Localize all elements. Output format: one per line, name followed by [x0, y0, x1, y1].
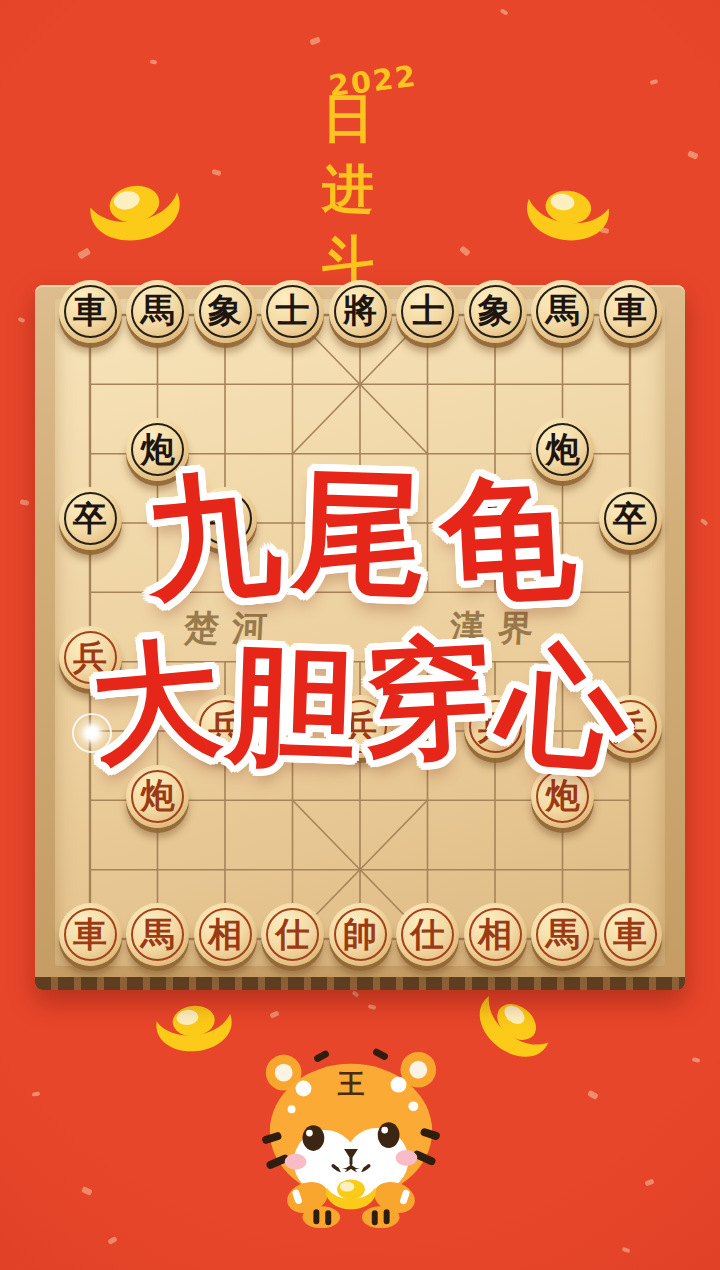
overlay-character: 九	[138, 463, 285, 610]
gold-ingot-icon	[149, 990, 239, 1057]
piece-red-horse[interactable]: 馬	[126, 903, 189, 966]
overlay-character: 龟	[438, 470, 579, 611]
confetti-speck	[459, 245, 470, 256]
motto-character: 日	[322, 90, 374, 146]
confetti-speck	[269, 1010, 279, 1018]
confetti-speck	[650, 79, 659, 85]
overlay-title-line1: 九尾龟	[145, 470, 575, 604]
confetti-speck	[309, 36, 320, 45]
piece-black-advisor[interactable]: 士	[261, 280, 324, 343]
vertical-motto: 日进斗	[322, 90, 374, 288]
piece-black-soldier[interactable]: 卒	[59, 487, 122, 550]
tiger-mascot: 王	[252, 1046, 450, 1231]
overlay-character: 心	[495, 638, 632, 779]
overlay-character: 尾	[291, 464, 430, 603]
piece-black-chariot[interactable]: 車	[59, 280, 122, 343]
piece-red-horse[interactable]: 馬	[531, 903, 594, 966]
piece-red-chariot[interactable]: 車	[599, 903, 662, 966]
piece-black-elephant[interactable]: 象	[194, 280, 257, 343]
piece-red-elephant[interactable]: 相	[194, 903, 257, 966]
confetti-speck	[107, 1236, 117, 1245]
gold-ingot-icon	[80, 164, 191, 250]
piece-black-elephant[interactable]: 象	[464, 280, 527, 343]
piece-red-general[interactable]: 帥	[329, 903, 392, 966]
overlay-character: 胆	[226, 638, 359, 774]
piece-black-horse[interactable]: 馬	[126, 280, 189, 343]
confetti-speck	[77, 247, 91, 259]
overlay-title-line2: 大胆穿心	[92, 636, 628, 768]
confetti-speck	[352, 990, 360, 997]
confetti-speck	[20, 499, 30, 505]
piece-red-advisor[interactable]: 仕	[261, 903, 324, 966]
board-bottom-edge	[35, 977, 685, 990]
confetti-speck	[644, 1179, 654, 1187]
piece-black-soldier[interactable]: 卒	[599, 487, 662, 550]
confetti-speck	[621, 1247, 630, 1254]
confetti-speck	[692, 1057, 701, 1063]
confetti-speck	[499, 8, 508, 16]
confetti-speck	[150, 59, 158, 64]
confetti-speck	[368, 1004, 377, 1010]
gold-ingot-icon	[518, 173, 617, 248]
overlay-character: 大	[86, 631, 225, 774]
confetti-speck	[700, 518, 709, 527]
tiger-eye	[302, 1125, 324, 1151]
confetti-speck	[687, 150, 698, 159]
confetti-speck	[18, 317, 26, 323]
piece-red-elephant[interactable]: 相	[464, 903, 527, 966]
piece-black-advisor[interactable]: 士	[396, 280, 459, 343]
piece-red-advisor[interactable]: 仕	[396, 903, 459, 966]
new-year-xiangqi-poster: 2022 日进斗 楚河 漢界 車馬象士將士象馬車炮炮卒卒卒卒卒兵兵兵兵兵炮炮車馬…	[0, 0, 720, 1270]
motto-character: 进	[322, 161, 374, 217]
piece-red-chariot[interactable]: 車	[59, 903, 122, 966]
confetti-speck	[32, 1091, 41, 1097]
confetti-speck	[212, 169, 222, 176]
piece-black-horse[interactable]: 馬	[531, 280, 594, 343]
tiger-crown-character: 王	[337, 1068, 365, 1099]
piece-black-general[interactable]: 將	[329, 280, 392, 343]
piece-black-chariot[interactable]: 車	[599, 280, 662, 343]
overlay-character: 穿	[360, 630, 495, 769]
confetti-speck	[587, 1090, 598, 1100]
confetti-speck	[81, 1186, 92, 1195]
